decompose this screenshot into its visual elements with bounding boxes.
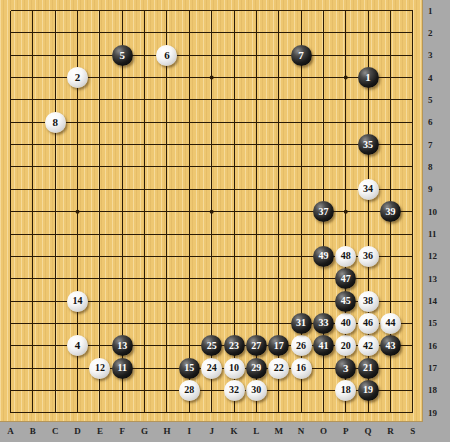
col-label-I: I [188, 426, 192, 436]
stone-black-5: 5 [112, 45, 133, 66]
row-label-15: 15 [428, 318, 437, 328]
stone-white-6: 6 [156, 45, 177, 66]
row-label-14: 14 [428, 296, 437, 306]
col-label-A: A [7, 426, 14, 436]
stone-black-19: 19 [358, 380, 379, 401]
row-label-13: 13 [428, 274, 437, 284]
stone-black-21: 21 [358, 358, 379, 379]
stone-white-22: 22 [268, 358, 289, 379]
go-board[interactable]: 1234567810111213141516171819202122232425… [0, 0, 423, 422]
stone-black-45: 45 [335, 291, 356, 312]
stone-black-13: 13 [112, 335, 133, 356]
stone-white-24: 24 [201, 358, 222, 379]
stone-black-31: 31 [291, 313, 312, 334]
row-label-10: 10 [428, 207, 437, 217]
stone-black-7: 7 [291, 45, 312, 66]
col-label-D: D [74, 426, 81, 436]
star-point-P4 [344, 76, 348, 80]
row-label-8: 8 [428, 162, 433, 172]
stone-black-3: 3 [335, 358, 356, 379]
stone-white-2: 2 [67, 67, 88, 88]
row-label-3: 3 [428, 50, 433, 60]
stone-black-39: 39 [380, 201, 401, 222]
row-label-12: 12 [428, 251, 437, 261]
row-label-6: 6 [428, 117, 433, 127]
stone-black-49: 49 [313, 246, 334, 267]
row-label-18: 18 [428, 385, 437, 395]
col-label-M: M [274, 426, 283, 436]
stone-white-44: 44 [380, 313, 401, 334]
stone-white-36: 36 [358, 246, 379, 267]
stone-white-14: 14 [67, 291, 88, 312]
col-label-E: E [97, 426, 103, 436]
row-label-4: 4 [428, 73, 433, 83]
stone-white-28: 28 [179, 380, 200, 401]
star-point-D10 [76, 210, 80, 214]
col-label-G: G [141, 426, 148, 436]
stone-white-48: 48 [335, 246, 356, 267]
star-point-J10 [210, 210, 214, 214]
row-label-2: 2 [428, 28, 433, 38]
col-label-H: H [163, 426, 170, 436]
row-label-19: 19 [428, 408, 437, 418]
stone-black-23: 23 [224, 335, 245, 356]
stone-black-15: 15 [179, 358, 200, 379]
stone-black-27: 27 [246, 335, 267, 356]
stone-white-12: 12 [89, 358, 110, 379]
col-label-C: C [52, 426, 59, 436]
col-label-O: O [320, 426, 327, 436]
row-label-strip: 12345678910111213141516171819 [423, 0, 450, 442]
stone-white-40: 40 [335, 313, 356, 334]
row-label-5: 5 [428, 95, 433, 105]
stone-black-11: 11 [112, 358, 133, 379]
col-label-F: F [120, 426, 126, 436]
row-label-1: 1 [428, 6, 433, 16]
stone-white-38: 38 [358, 291, 379, 312]
row-label-17: 17 [428, 363, 437, 373]
col-label-J: J [209, 426, 214, 436]
stone-white-30: 30 [246, 380, 267, 401]
stone-white-32: 32 [224, 380, 245, 401]
col-label-B: B [30, 426, 36, 436]
star-point-P10 [344, 210, 348, 214]
stone-white-42: 42 [358, 335, 379, 356]
stone-black-1: 1 [358, 67, 379, 88]
column-label-strip: ABCDEFGHIJKLMNOPQRS [0, 422, 450, 442]
stone-white-8: 8 [45, 112, 66, 133]
stone-white-26: 26 [291, 335, 312, 356]
star-point-J4 [210, 76, 214, 80]
col-label-S: S [410, 426, 415, 436]
stone-white-10: 10 [224, 358, 245, 379]
stone-white-46: 46 [358, 313, 379, 334]
row-label-9: 9 [428, 184, 433, 194]
stone-black-29: 29 [246, 358, 267, 379]
row-label-7: 7 [428, 140, 433, 150]
col-label-K: K [230, 426, 237, 436]
stone-black-41: 41 [313, 335, 334, 356]
go-diagram-screen: 1234567810111213141516171819202122232425… [0, 0, 450, 442]
row-label-11: 11 [428, 229, 437, 239]
stone-black-37: 37 [313, 201, 334, 222]
row-label-16: 16 [428, 341, 437, 351]
col-label-R: R [387, 426, 394, 436]
stone-black-33: 33 [313, 313, 334, 334]
col-label-P: P [343, 426, 349, 436]
stone-black-35: 35 [358, 134, 379, 155]
col-label-Q: Q [365, 426, 372, 436]
stone-white-16: 16 [291, 358, 312, 379]
stone-white-34: 34 [358, 179, 379, 200]
col-label-N: N [298, 426, 305, 436]
col-label-L: L [253, 426, 259, 436]
